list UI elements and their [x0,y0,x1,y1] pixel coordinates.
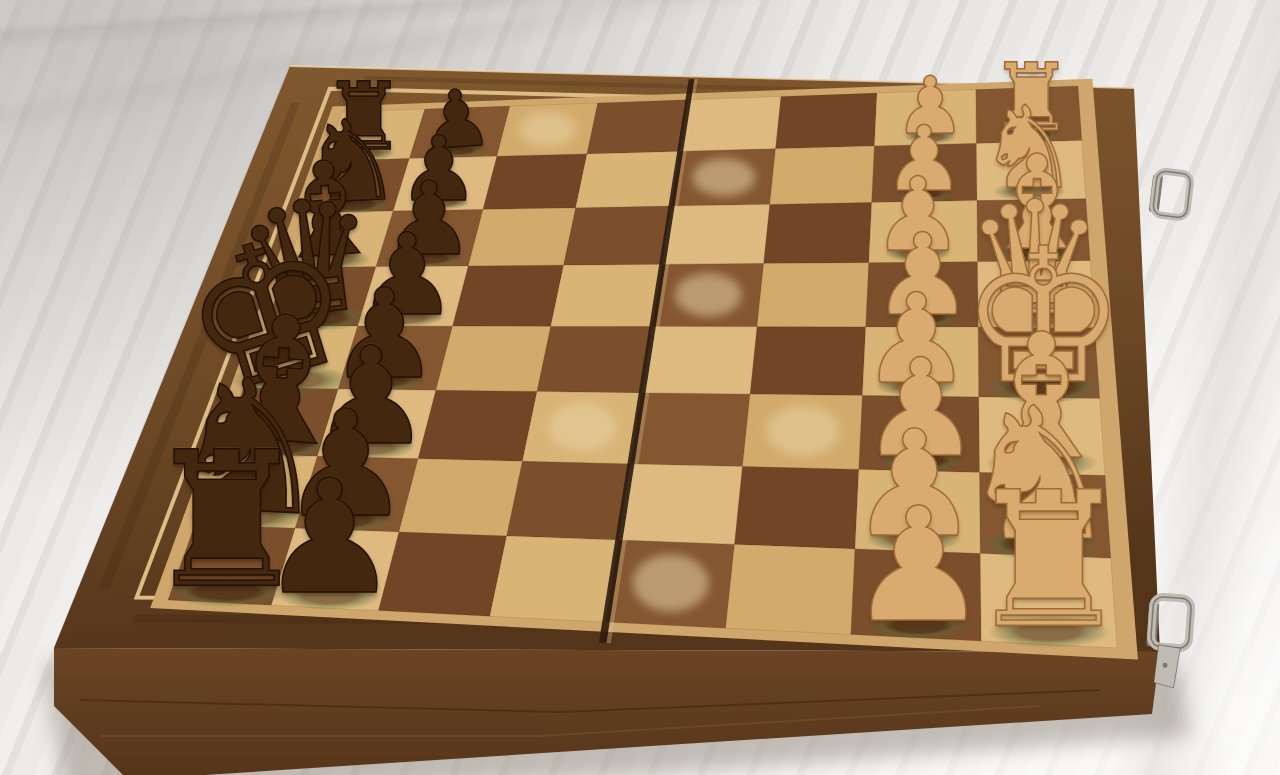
piece-white-rook-h1[interactable]: ♜ [965,467,1133,654]
pieces-layer: ♜♞♝♛♚♝♞♜♟♟♟♟♟♟♟♟♟♟♟♟♟♟♟♟♜♞♝♛♚♝♞♜ [0,0,1280,775]
piece-black-pawn-h7[interactable]: ♟ [259,458,401,616]
